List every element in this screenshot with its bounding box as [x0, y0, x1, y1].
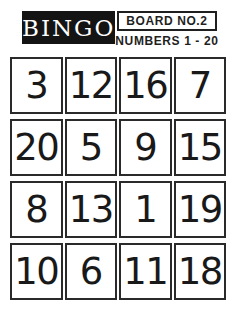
- bingo-cell-r3c1: 8: [10, 181, 63, 238]
- bingo-cell-r2c3: 9: [119, 119, 172, 176]
- bingo-cell-r4c3: 11: [119, 243, 172, 300]
- bingo-cell-r1c3: 16: [119, 57, 172, 114]
- bingo-cell-r3c3: 1: [119, 181, 172, 238]
- bingo-board: 3121672059158131191061118: [10, 57, 226, 300]
- bingo-cell-r3c2: 13: [65, 181, 118, 238]
- bingo-title: BINGO: [22, 11, 115, 44]
- bingo-cell-r4c4: 18: [174, 243, 227, 300]
- bingo-cell-r4c2: 6: [65, 243, 118, 300]
- bingo-cell-r1c1: 3: [10, 57, 63, 114]
- bingo-title-text: BINGO: [22, 15, 115, 41]
- numbers-range-label: NUMBERS 1 - 20: [115, 34, 218, 48]
- bingo-card: BINGO BOARD NO.2 NUMBERS 1 - 20 31216720…: [0, 11, 236, 330]
- bingo-cell-r2c1: 20: [10, 119, 63, 176]
- header-right: BOARD NO.2 NUMBERS 1 - 20: [115, 11, 218, 48]
- bingo-cell-r3c4: 19: [174, 181, 227, 238]
- bingo-cell-r1c4: 7: [174, 57, 227, 114]
- board-number-label: BOARD NO.2: [117, 11, 216, 31]
- bingo-cell-r4c1: 10: [10, 243, 63, 300]
- bingo-cell-r1c2: 12: [65, 57, 118, 114]
- bingo-cell-r2c4: 15: [174, 119, 227, 176]
- bingo-cell-r2c2: 5: [65, 119, 118, 176]
- card-header: BINGO BOARD NO.2 NUMBERS 1 - 20: [22, 11, 216, 48]
